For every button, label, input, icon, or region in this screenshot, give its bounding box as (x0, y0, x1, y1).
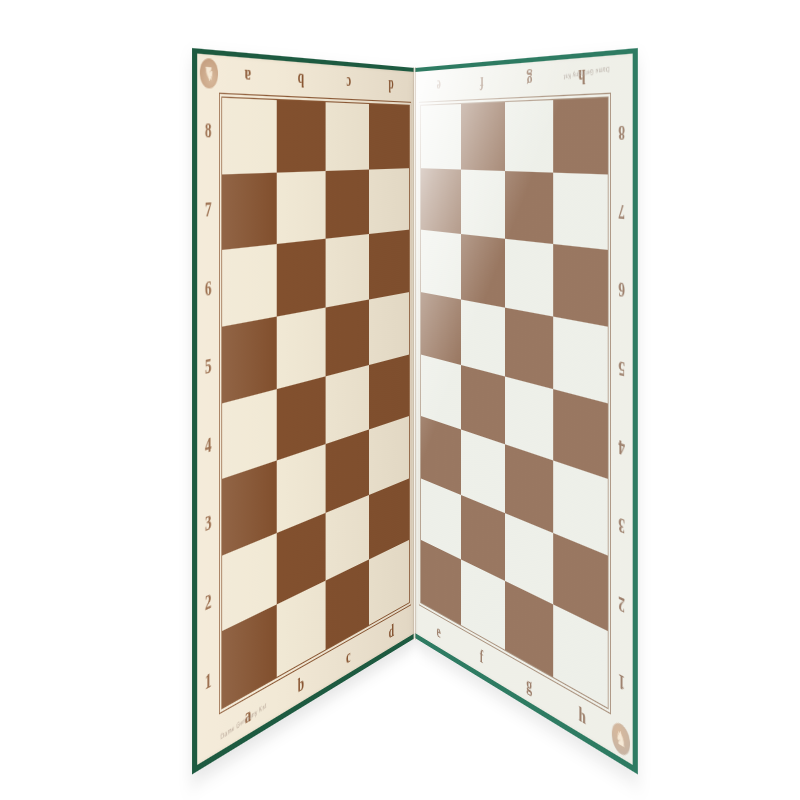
square-a8 (222, 98, 276, 174)
knight-glyph: ♞ (203, 64, 214, 84)
rank-label-1: 1 (197, 637, 219, 727)
fold-crease (413, 67, 416, 640)
file-label-d: d (370, 68, 411, 102)
rank-label-6: 6 (611, 248, 633, 330)
rank-label-4: 4 (611, 404, 633, 489)
square-d5 (369, 292, 409, 364)
square-b5 (276, 307, 325, 388)
file-label-c: c (325, 64, 370, 99)
square-h8 (553, 98, 607, 174)
file-label-e: e (419, 68, 460, 102)
squares-grid (420, 96, 608, 709)
square-f5 (461, 299, 505, 376)
rank-label-8: 8 (197, 92, 219, 171)
square-h6 (553, 244, 607, 326)
square-c6 (325, 234, 369, 307)
rank-label-2: 2 (611, 559, 633, 647)
board-panel-left: abcd abcd 87654321 ♞ Dame Germany Kst (192, 48, 415, 774)
folding-chessboard: abcd abcd 87654321 ♞ Dame Germany Kst ef… (0, 0, 800, 800)
file-label-f: f (460, 64, 505, 99)
rank-label-3: 3 (197, 481, 219, 568)
file-label-g: g (505, 60, 555, 98)
rank-label-7: 7 (197, 170, 219, 250)
rank-label-7: 7 (611, 170, 633, 250)
rank-label-5: 5 (197, 326, 219, 409)
rank-label-5: 5 (611, 326, 633, 409)
square-d7 (369, 168, 409, 234)
square-d6 (369, 230, 409, 299)
photo-stage: abcd abcd 87654321 ♞ Dame Germany Kst ef… (0, 0, 800, 800)
square-f8 (461, 102, 505, 170)
squares-grid (221, 96, 409, 709)
rank-label-1: 1 (611, 637, 633, 727)
square-b6 (276, 239, 325, 316)
square-c8 (325, 102, 369, 170)
knight-glyph: ♞ (615, 726, 626, 751)
rank-labels: 87654321 (197, 92, 219, 727)
rank-label-2: 2 (197, 559, 219, 647)
square-c7 (325, 169, 369, 239)
square-b7 (276, 171, 325, 245)
square-e5 (421, 292, 461, 364)
square-h7 (553, 172, 607, 250)
square-g7 (505, 171, 554, 245)
square-a6 (222, 244, 276, 326)
board-panel-right: efgh efgh 87654321 ♞ Dame Germany Kst (415, 48, 638, 774)
square-f6 (461, 234, 505, 307)
knight-emblem-icon: ♞ (612, 719, 630, 760)
square-b8 (276, 100, 325, 172)
square-g5 (505, 307, 554, 388)
rank-label-8: 8 (611, 92, 633, 171)
square-f7 (461, 169, 505, 239)
file-label-b: b (275, 60, 325, 98)
square-e6 (421, 230, 461, 299)
square-e7 (421, 168, 461, 234)
rank-label-3: 3 (611, 481, 633, 568)
square-c5 (325, 299, 369, 376)
rank-labels: 87654321 (611, 92, 633, 727)
square-g8 (505, 100, 554, 172)
file-label-a: a (219, 55, 275, 95)
knight-emblem-icon: ♞ (200, 58, 218, 89)
board-face-left: abcd abcd 87654321 ♞ Dame Germany Kst (197, 54, 415, 765)
square-e8 (421, 104, 461, 169)
rank-label-4: 4 (197, 404, 219, 489)
square-g6 (505, 239, 554, 316)
rank-label-6: 6 (197, 248, 219, 330)
square-d8 (369, 104, 409, 169)
square-a7 (222, 172, 276, 250)
